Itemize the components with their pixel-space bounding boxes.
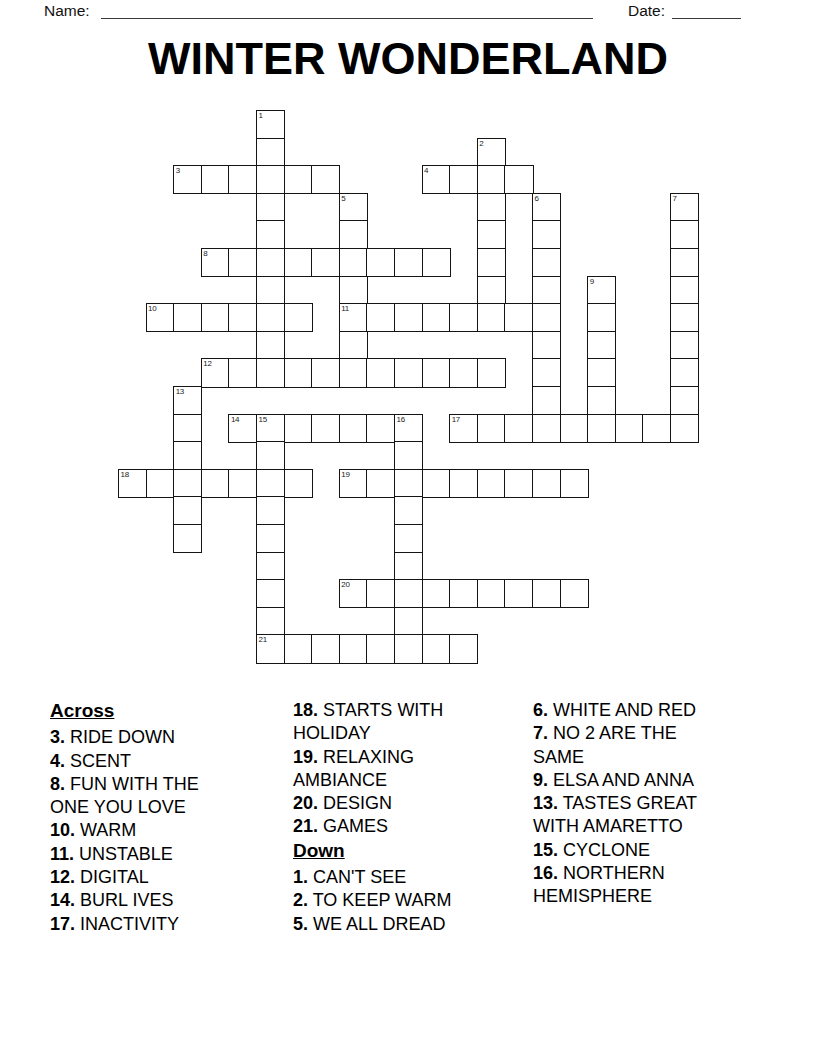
grid-cell-r2c14[interactable] [504,165,533,194]
cell-number-8: 8 [203,249,207,259]
clue-item-5: 5. WE ALL DREAD [293,913,489,936]
grid-cell-r11c19[interactable] [642,414,671,443]
grid-cell-r2c11[interactable]: 4 [422,165,451,194]
cell-number-17: 17 [452,415,460,425]
grid-cell-r10c17[interactable] [587,386,616,415]
grid-cell-r17c9[interactable] [366,579,395,608]
grid-cell-r2c2[interactable]: 3 [173,165,202,194]
grid-cell-r17c13[interactable] [477,579,506,608]
grid-cell-r13c8[interactable]: 19 [339,469,368,498]
grid-cell-r2c12[interactable] [449,165,478,194]
grid-cell-r11c9[interactable] [366,414,395,443]
cell-number-12: 12 [203,359,211,369]
grid-cell-r11c12[interactable]: 17 [449,414,478,443]
grid-cell-r5c4[interactable] [228,248,257,277]
grid-cell-r17c15[interactable] [532,579,561,608]
grid-cell-r19c9[interactable] [366,634,395,663]
clue-text: RIDE DOWN [65,727,175,747]
clue-text: TO KEEP WARM [308,890,451,910]
grid-cell-r5c10[interactable] [394,248,423,277]
clue-item-16: 16. NORTHERN HEMISPHERE [533,862,729,909]
grid-cell-r11c13[interactable] [477,414,506,443]
grid-cell-r6c20[interactable] [670,276,699,305]
grid-cell-r9c9[interactable] [366,358,395,387]
cell-number-16: 16 [397,415,405,425]
clue-text: FUN WITH THE ONE YOU LOVE [50,774,199,817]
grid-cell-r12c10[interactable] [394,441,423,470]
grid-cell-r18c5[interactable] [256,607,285,636]
grid-cell-r13c12[interactable] [449,469,478,498]
grid-cell-r19c6[interactable] [284,634,313,663]
grid-cell-r14c10[interactable] [394,496,423,525]
grid-cell-r8c15[interactable] [532,331,561,360]
grid-cell-r11c15[interactable] [532,414,561,443]
clue-item-19: 19. RELAXING AMBIANCE [293,746,489,793]
clue-text: WHITE AND RED [548,700,696,720]
grid-cell-r3c20[interactable]: 7 [670,193,699,222]
grid-cell-r11c5[interactable]: 15 [256,414,285,443]
cell-number-11: 11 [341,304,349,314]
grid-cell-r11c7[interactable] [311,414,340,443]
clue-column-3: 6. WHITE AND RED7. NO 2 ARE THE SAME9. E… [533,699,729,909]
clue-text: ELSA AND ANNA [548,770,694,790]
grid-cell-r5c13[interactable] [477,248,506,277]
clue-item-9: 9. ELSA AND ANNA [533,769,729,792]
clue-text: SCENT [65,751,131,771]
clue-item-10: 10. WARM [50,819,228,842]
cell-number-18: 18 [121,470,129,480]
grid-cell-r13c5[interactable] [256,469,285,498]
clue-number: 11. [50,844,74,864]
grid-cell-r13c3[interactable] [201,469,230,498]
grid-cell-r5c20[interactable] [670,248,699,277]
grid-cell-r9c11[interactable] [422,358,451,387]
cell-number-3: 3 [176,166,180,176]
clue-number: 7. [533,723,548,743]
grid-cell-r2c4[interactable] [228,165,257,194]
grid-cell-r17c5[interactable] [256,579,285,608]
cell-number-5: 5 [341,194,345,204]
grid-cell-r13c14[interactable] [504,469,533,498]
clue-number: 21. [293,816,318,836]
grid-cell-r19c7[interactable] [311,634,340,663]
clue-number: 12. [50,867,75,887]
grid-cell-r9c17[interactable] [587,358,616,387]
clue-number: 6. [533,700,548,720]
grid-cell-r7c5[interactable] [256,303,285,332]
grid-cell-r11c4[interactable]: 14 [228,414,257,443]
cell-number-21: 21 [259,635,267,645]
clue-item-15: 15. CYCLONE [533,839,729,862]
grid-cell-r13c13[interactable] [477,469,506,498]
clue-number: 3. [50,727,65,747]
grid-cell-r5c6[interactable] [284,248,313,277]
grid-cell-r15c5[interactable] [256,524,285,553]
grid-cell-r3c15[interactable]: 6 [532,193,561,222]
grid-cell-r9c15[interactable] [532,358,561,387]
clue-number: 9. [533,770,548,790]
grid-cell-r9c12[interactable] [449,358,478,387]
grid-cell-r6c13[interactable] [477,276,506,305]
grid-cell-r17c14[interactable] [504,579,533,608]
cell-number-15: 15 [259,415,267,425]
clue-number: 20. [293,793,318,813]
cell-number-1: 1 [259,111,263,121]
grid-cell-r10c2[interactable]: 13 [173,386,202,415]
cell-number-6: 6 [535,194,539,204]
grid-cell-r5c9[interactable] [366,248,395,277]
grid-cell-r12c2[interactable] [173,441,202,470]
grid-cell-r7c8[interactable]: 11 [339,303,368,332]
cell-number-9: 9 [590,277,594,287]
clue-number: 1. [293,867,308,887]
clue-number: 18. [293,700,318,720]
grid-cell-r7c20[interactable] [670,303,699,332]
clue-item-7: 7. NO 2 ARE THE SAME [533,722,729,769]
grid-cell-r17c8[interactable]: 20 [339,579,368,608]
clue-text: INACTIVITY [75,914,179,934]
clue-column-1: Across3. RIDE DOWN4. SCENT8. FUN WITH TH… [50,699,228,936]
grid-cell-r4c5[interactable] [256,220,285,249]
grid-cell-r19c10[interactable] [394,634,423,663]
clue-number: 17. [50,914,75,934]
grid-cell-r17c10[interactable] [394,579,423,608]
clue-text: WE ALL DREAD [308,914,445,934]
grid-cell-r19c12[interactable] [449,634,478,663]
clue-number: 16. [533,863,558,883]
clue-item-4: 4. SCENT [50,750,228,773]
grid-cell-r17c12[interactable] [449,579,478,608]
grid-cell-r7c6[interactable] [284,303,313,332]
grid-cell-r7c3[interactable] [201,303,230,332]
grid-cell-r11c2[interactable] [173,414,202,443]
cell-number-13: 13 [176,387,184,397]
grid-cell-r7c4[interactable] [228,303,257,332]
grid-cell-r4c13[interactable] [477,220,506,249]
grid-cell-r13c0[interactable]: 18 [118,469,147,498]
date-input-line[interactable] [672,4,741,19]
grid-cell-r11c6[interactable] [284,414,313,443]
clue-number: 14. [50,890,75,910]
clue-text: CYCLONE [558,840,650,860]
down-heading: Down [293,839,489,862]
grid-cell-r7c12[interactable] [449,303,478,332]
page-title: WINTER WONDERLAND [0,33,816,85]
clue-item-8: 8. FUN WITH THE ONE YOU LOVE [50,773,228,820]
grid-cell-r8c5[interactable] [256,331,285,360]
grid-cell-r0c5[interactable]: 1 [256,110,285,139]
clue-item-11: 11. UNSTABLE [50,843,228,866]
grid-cell-r7c14[interactable] [504,303,533,332]
clue-item-21: 21. GAMES [293,815,489,838]
grid-cell-r17c16[interactable] [560,579,589,608]
grid-cell-r3c5[interactable] [256,193,285,222]
grid-cell-r7c15[interactable] [532,303,561,332]
grid-cell-r9c4[interactable] [228,358,257,387]
clue-text: GAMES [318,816,388,836]
grid-cell-r5c7[interactable] [311,248,340,277]
clue-item-3: 3. RIDE DOWN [50,726,228,749]
grid-cell-r11c14[interactable] [504,414,533,443]
grid-cell-r9c5[interactable] [256,358,285,387]
grid-cell-r16c5[interactable] [256,552,285,581]
clue-item-2: 2. TO KEEP WARM [293,889,489,912]
grid-cell-r4c8[interactable] [339,220,368,249]
cell-number-7: 7 [673,194,677,204]
clue-number: 8. [50,774,65,794]
grid-cell-r6c15[interactable] [532,276,561,305]
grid-cell-r3c8[interactable]: 5 [339,193,368,222]
grid-cell-r9c10[interactable] [394,358,423,387]
grid-cell-r1c13[interactable]: 2 [477,138,506,167]
clue-number: 13. [533,793,558,813]
grid-cell-r11c16[interactable] [560,414,589,443]
cell-number-10: 10 [148,304,156,314]
grid-cell-r7c13[interactable] [477,303,506,332]
clue-number: 15. [533,840,558,860]
grid-cell-r11c10[interactable]: 16 [394,414,423,443]
grid-cell-r2c13[interactable] [477,165,506,194]
grid-cell-r13c9[interactable] [366,469,395,498]
name-input-line[interactable] [101,4,593,19]
grid-cell-r13c2[interactable] [173,469,202,498]
grid-cell-r13c15[interactable] [532,469,561,498]
grid-cell-r11c18[interactable] [615,414,644,443]
grid-cell-r13c1[interactable] [146,469,175,498]
cell-number-19: 19 [341,470,349,480]
grid-cell-r1c5[interactable] [256,138,285,167]
across-heading: Across [50,699,228,722]
grid-cell-r6c8[interactable] [339,276,368,305]
clue-item-14: 14. BURL IVES [50,889,228,912]
grid-cell-r16c10[interactable] [394,552,423,581]
clue-text: NO 2 ARE THE SAME [533,723,677,766]
grid-cell-r9c7[interactable] [311,358,340,387]
grid-cell-r13c11[interactable] [422,469,451,498]
cell-number-4: 4 [424,166,428,176]
grid-cell-r8c8[interactable] [339,331,368,360]
crossword-grid: 123456789101112131415161718192021 [118,110,698,662]
clue-item-17: 17. INACTIVITY [50,913,228,936]
grid-cell-r7c1[interactable]: 10 [146,303,175,332]
grid-cell-r2c3[interactable] [201,165,230,194]
grid-cell-r5c15[interactable] [532,248,561,277]
clue-number: 4. [50,751,65,771]
grid-cell-r17c11[interactable] [422,579,451,608]
clue-number: 19. [293,747,318,767]
grid-cell-r19c8[interactable] [339,634,368,663]
grid-cell-r8c20[interactable] [670,331,699,360]
grid-cell-r11c20[interactable] [670,414,699,443]
grid-cell-r12c5[interactable] [256,441,285,470]
grid-cell-r13c16[interactable] [560,469,589,498]
clue-column-2: 18. STARTS WITH HOLIDAY19. RELAXING AMBI… [293,699,489,936]
clue-number: 10. [50,820,75,840]
grid-cell-r8c17[interactable] [587,331,616,360]
grid-cell-r7c17[interactable] [587,303,616,332]
clue-text: UNSTABLE [74,844,173,864]
grid-cell-r19c11[interactable] [422,634,451,663]
grid-cell-r2c6[interactable] [284,165,313,194]
grid-cell-r9c8[interactable] [339,358,368,387]
grid-cell-r4c15[interactable] [532,220,561,249]
grid-cell-r9c6[interactable] [284,358,313,387]
grid-cell-r2c5[interactable] [256,165,285,194]
grid-cell-r7c2[interactable] [173,303,202,332]
grid-cell-r14c2[interactable] [173,496,202,525]
grid-cell-r11c8[interactable] [339,414,368,443]
clue-text: TASTES GREAT WITH AMARETTO [533,793,697,836]
grid-cell-r15c2[interactable] [173,524,202,553]
grid-cell-r15c10[interactable] [394,524,423,553]
grid-cell-r9c13[interactable] [477,358,506,387]
cell-number-20: 20 [341,580,349,590]
name-label: Name: [44,2,90,20]
clue-text: WARM [75,820,136,840]
grid-cell-r13c6[interactable] [284,469,313,498]
grid-cell-r5c3[interactable]: 8 [201,248,230,277]
grid-cell-r5c11[interactable] [422,248,451,277]
grid-cell-r6c5[interactable] [256,276,285,305]
clue-item-13: 13. TASTES GREAT WITH AMARETTO [533,792,729,839]
clue-number: 5. [293,914,308,934]
grid-cell-r7c9[interactable] [366,303,395,332]
grid-cell-r14c5[interactable] [256,496,285,525]
grid-cell-r7c10[interactable] [394,303,423,332]
grid-cell-r10c15[interactable] [532,386,561,415]
date-label: Date: [628,2,665,20]
grid-cell-r5c8[interactable] [339,248,368,277]
clue-item-20: 20. DESIGN [293,792,489,815]
grid-cell-r11c17[interactable] [587,414,616,443]
cell-number-2: 2 [479,139,483,149]
grid-cell-r9c20[interactable] [670,358,699,387]
grid-cell-r9c3[interactable]: 12 [201,358,230,387]
clue-item-1: 1. CAN'T SEE [293,866,489,889]
clue-item-12: 12. DIGITAL [50,866,228,889]
grid-cell-r10c20[interactable] [670,386,699,415]
grid-cell-r7c11[interactable] [422,303,451,332]
clue-number: 2. [293,890,308,910]
clue-item-6: 6. WHITE AND RED [533,699,729,722]
grid-cell-r18c10[interactable] [394,607,423,636]
clue-text: CAN'T SEE [308,867,406,887]
clue-item-18: 18. STARTS WITH HOLIDAY [293,699,489,746]
clue-text: DIGITAL [75,867,149,887]
grid-cell-r6c17[interactable]: 9 [587,276,616,305]
grid-cell-r13c10[interactable] [394,469,423,498]
grid-cell-r2c7[interactable] [311,165,340,194]
grid-cell-r3c13[interactable] [477,193,506,222]
clue-text: DESIGN [318,793,392,813]
clue-text: BURL IVES [75,890,173,910]
grid-cell-r19c5[interactable]: 21 [256,634,285,663]
grid-cell-r4c20[interactable] [670,220,699,249]
cell-number-14: 14 [231,415,239,425]
grid-cell-r5c5[interactable] [256,248,285,277]
grid-cell-r13c4[interactable] [228,469,257,498]
